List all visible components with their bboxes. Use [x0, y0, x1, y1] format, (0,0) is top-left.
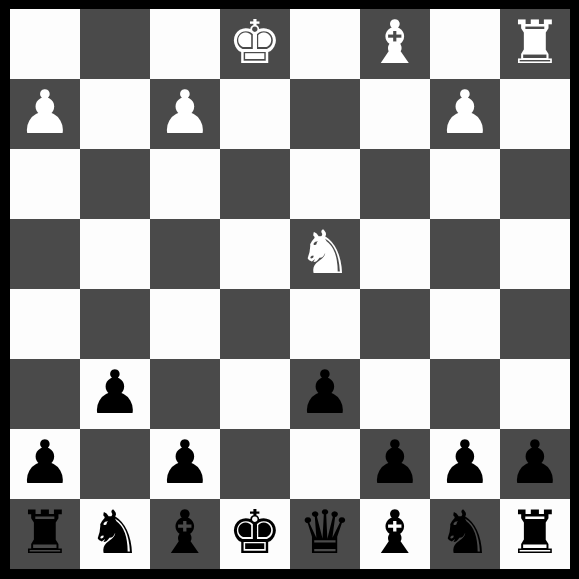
black-pawn-g6[interactable]: ♟ [88, 357, 142, 427]
square-c3[interactable] [360, 149, 430, 219]
black-queen-d8[interactable]: ♛ [298, 497, 352, 567]
square-c8[interactable]: ♝ [360, 499, 430, 569]
square-h4[interactable] [10, 219, 80, 289]
square-f7[interactable]: ♟ [150, 429, 220, 499]
square-h6[interactable] [10, 359, 80, 429]
square-a2[interactable] [500, 79, 570, 149]
square-e1[interactable]: ♚ [220, 9, 290, 79]
square-b2[interactable]: ♟ [430, 79, 500, 149]
square-h8[interactable]: ♜ [10, 499, 80, 569]
square-d4[interactable]: ♞ [290, 219, 360, 289]
square-d3[interactable] [290, 149, 360, 219]
square-b5[interactable] [430, 289, 500, 359]
square-c1[interactable]: ♝ [360, 9, 430, 79]
square-d6[interactable]: ♟ [290, 359, 360, 429]
black-pawn-a7[interactable]: ♟ [508, 427, 562, 497]
white-pawn-b2[interactable]: ♟ [438, 77, 492, 147]
black-rook-h8[interactable]: ♜ [18, 497, 72, 567]
square-d5[interactable] [290, 289, 360, 359]
square-c5[interactable] [360, 289, 430, 359]
black-pawn-h7[interactable]: ♟ [18, 427, 72, 497]
square-g2[interactable] [80, 79, 150, 149]
square-a3[interactable] [500, 149, 570, 219]
square-d8[interactable]: ♛ [290, 499, 360, 569]
square-h2[interactable]: ♟ [10, 79, 80, 149]
square-c4[interactable] [360, 219, 430, 289]
square-g6[interactable]: ♟ [80, 359, 150, 429]
square-d7[interactable] [290, 429, 360, 499]
square-f3[interactable] [150, 149, 220, 219]
square-g4[interactable] [80, 219, 150, 289]
white-rook-a1[interactable]: ♜ [508, 7, 562, 77]
square-g5[interactable] [80, 289, 150, 359]
chess-board: ♚♝♜♟♟♟♞♟♟♟♟♟♟♟♜♞♝♚♛♝♞♜ [10, 9, 570, 569]
white-king-e1[interactable]: ♚ [228, 7, 282, 77]
square-d2[interactable] [290, 79, 360, 149]
square-e4[interactable] [220, 219, 290, 289]
black-rook-a8[interactable]: ♜ [508, 497, 562, 567]
black-knight-b8[interactable]: ♞ [438, 497, 492, 567]
board-frame: ♚♝♜♟♟♟♞♟♟♟♟♟♟♟♜♞♝♚♛♝♞♜ [0, 0, 579, 579]
square-b1[interactable] [430, 9, 500, 79]
black-knight-g8[interactable]: ♞ [88, 497, 142, 567]
black-pawn-f7[interactable]: ♟ [158, 427, 212, 497]
square-f5[interactable] [150, 289, 220, 359]
black-pawn-d6[interactable]: ♟ [298, 357, 352, 427]
square-g8[interactable]: ♞ [80, 499, 150, 569]
square-h7[interactable]: ♟ [10, 429, 80, 499]
square-b4[interactable] [430, 219, 500, 289]
white-pawn-f2[interactable]: ♟ [158, 77, 212, 147]
square-g1[interactable] [80, 9, 150, 79]
square-g7[interactable] [80, 429, 150, 499]
white-bishop-c1[interactable]: ♝ [368, 7, 422, 77]
black-pawn-b7[interactable]: ♟ [438, 427, 492, 497]
square-a1[interactable]: ♜ [500, 9, 570, 79]
square-h1[interactable] [10, 9, 80, 79]
square-h5[interactable] [10, 289, 80, 359]
square-e8[interactable]: ♚ [220, 499, 290, 569]
square-e7[interactable] [220, 429, 290, 499]
square-f4[interactable] [150, 219, 220, 289]
square-e5[interactable] [220, 289, 290, 359]
white-knight-d4[interactable]: ♞ [298, 217, 352, 287]
square-a8[interactable]: ♜ [500, 499, 570, 569]
square-b6[interactable] [430, 359, 500, 429]
square-b3[interactable] [430, 149, 500, 219]
square-e6[interactable] [220, 359, 290, 429]
black-bishop-f8[interactable]: ♝ [158, 497, 212, 567]
square-f2[interactable]: ♟ [150, 79, 220, 149]
black-king-e8[interactable]: ♚ [228, 497, 282, 567]
square-c2[interactable] [360, 79, 430, 149]
square-b7[interactable]: ♟ [430, 429, 500, 499]
square-e3[interactable] [220, 149, 290, 219]
square-f6[interactable] [150, 359, 220, 429]
square-h3[interactable] [10, 149, 80, 219]
black-bishop-c8[interactable]: ♝ [368, 497, 422, 567]
square-b8[interactable]: ♞ [430, 499, 500, 569]
square-c6[interactable] [360, 359, 430, 429]
square-f1[interactable] [150, 9, 220, 79]
square-e2[interactable] [220, 79, 290, 149]
square-a4[interactable] [500, 219, 570, 289]
black-pawn-c7[interactable]: ♟ [368, 427, 422, 497]
square-a6[interactable] [500, 359, 570, 429]
square-g3[interactable] [80, 149, 150, 219]
square-d1[interactable] [290, 9, 360, 79]
square-f8[interactable]: ♝ [150, 499, 220, 569]
white-pawn-h2[interactable]: ♟ [18, 77, 72, 147]
square-c7[interactable]: ♟ [360, 429, 430, 499]
square-a5[interactable] [500, 289, 570, 359]
square-a7[interactable]: ♟ [500, 429, 570, 499]
